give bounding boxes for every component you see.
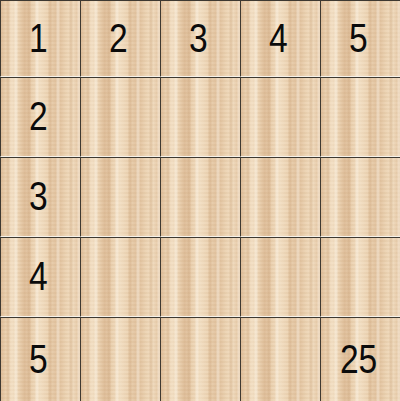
cell-value: 4 [269, 18, 288, 58]
cell-r0c3: 4 [240, 0, 320, 77]
cell-value: 2 [109, 18, 128, 58]
cell-r4c2[interactable] [160, 317, 240, 401]
cell-r1c0: 2 [0, 77, 80, 157]
cell-value: 3 [29, 176, 48, 216]
cell-value: 4 [29, 256, 48, 296]
cell-value: 5 [29, 339, 48, 379]
cell-value: 25 [340, 339, 377, 379]
cell-value: 1 [29, 18, 48, 58]
cell-r0c1: 2 [80, 0, 160, 77]
cell-r2c1[interactable] [80, 157, 160, 237]
cell-r1c4[interactable] [320, 77, 400, 157]
cell-r4c3[interactable] [240, 317, 320, 401]
cell-r3c0: 4 [0, 237, 80, 317]
cell-r0c4: 5 [320, 0, 400, 77]
cell-r2c2[interactable] [160, 157, 240, 237]
cell-r4c4[interactable]: 25 [320, 317, 400, 401]
cell-r3c1[interactable] [80, 237, 160, 317]
cell-value: 3 [189, 18, 208, 58]
cell-r1c3[interactable] [240, 77, 320, 157]
cell-r0c0: 1 [0, 0, 80, 77]
multiplication-grid: 1 2 3 4 5 2 3 4 5 25 [0, 0, 400, 401]
cell-r4c0: 5 [0, 317, 80, 401]
cell-value: 2 [29, 96, 48, 136]
cell-r3c4[interactable] [320, 237, 400, 317]
cell-r1c1[interactable] [80, 77, 160, 157]
cell-r2c0: 3 [0, 157, 80, 237]
cell-r3c2[interactable] [160, 237, 240, 317]
cell-value: 5 [349, 18, 368, 58]
cell-r2c3[interactable] [240, 157, 320, 237]
cell-r0c2: 3 [160, 0, 240, 77]
cell-r1c2[interactable] [160, 77, 240, 157]
cell-r3c3[interactable] [240, 237, 320, 317]
cell-r4c1[interactable] [80, 317, 160, 401]
cell-r2c4[interactable] [320, 157, 400, 237]
